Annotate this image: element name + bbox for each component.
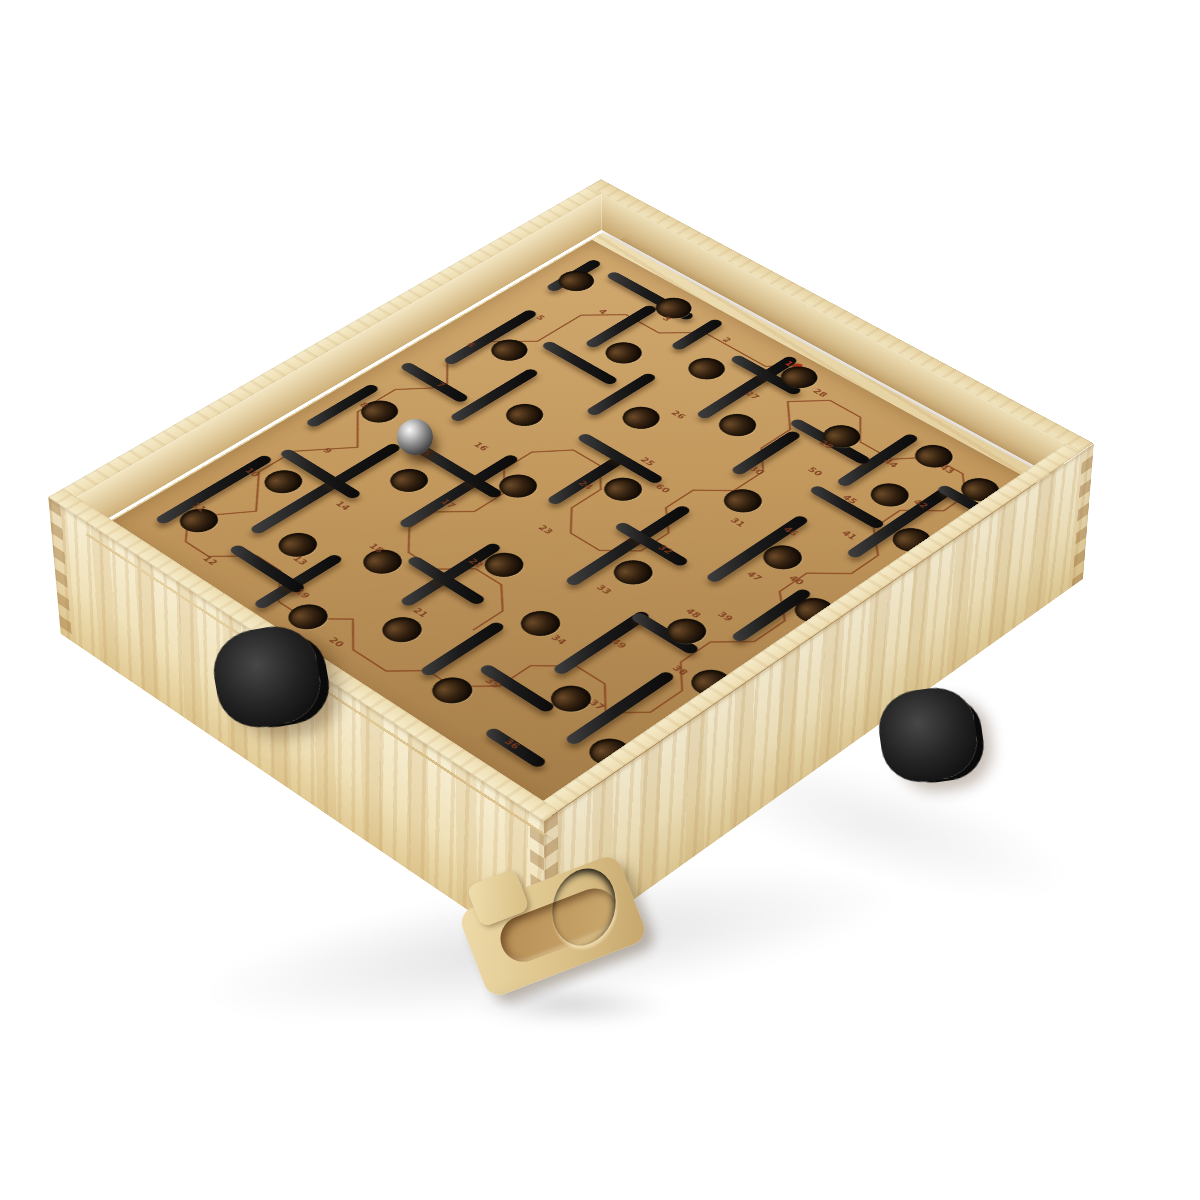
- steel-ball: [397, 419, 433, 455]
- finger-joint-left-corner: [48, 497, 72, 641]
- finger-joint-right-corner: [1072, 443, 1094, 586]
- labyrinth-scene: 1234567891011121314151617181920212223242…: [0, 0, 1200, 1200]
- product-photo-stage: 1234567891011121314151617181920212223242…: [0, 0, 1200, 1200]
